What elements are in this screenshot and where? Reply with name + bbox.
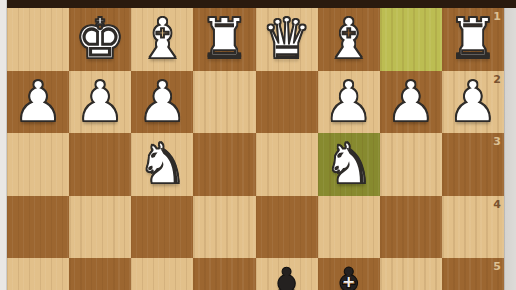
- square-e1[interactable]: ♜: [193, 8, 255, 71]
- left-margin-strip: [0, 0, 7, 290]
- square-g5[interactable]: [69, 258, 131, 290]
- square-h1[interactable]: [7, 8, 69, 71]
- black-bishop: ♝: [324, 258, 374, 290]
- white-pawn: ♟: [324, 71, 374, 133]
- square-h4[interactable]: [7, 196, 69, 259]
- square-d2[interactable]: [256, 71, 318, 134]
- square-b2[interactable]: ♟: [380, 71, 442, 134]
- square-f3[interactable]: ♞: [131, 133, 193, 196]
- white-pawn: ♟: [386, 71, 436, 133]
- square-a1[interactable]: ♜1: [442, 8, 504, 71]
- square-c2[interactable]: ♟: [318, 71, 380, 134]
- white-rook: ♜: [448, 8, 498, 70]
- white-queen: ♛: [261, 8, 311, 70]
- square-h2[interactable]: ♟: [7, 71, 69, 134]
- square-g3[interactable]: [69, 133, 131, 196]
- black-pawn: ♟: [261, 258, 311, 290]
- square-c5[interactable]: ♝: [318, 258, 380, 290]
- square-b1[interactable]: [380, 8, 442, 71]
- square-c4[interactable]: [318, 196, 380, 259]
- square-a3[interactable]: 3: [442, 133, 504, 196]
- square-d5[interactable]: ♟: [256, 258, 318, 290]
- square-g2[interactable]: ♟: [69, 71, 131, 134]
- square-b5[interactable]: [380, 258, 442, 290]
- square-e2[interactable]: [193, 71, 255, 134]
- square-e5[interactable]: [193, 258, 255, 290]
- square-f2[interactable]: ♟: [131, 71, 193, 134]
- white-king: ♚: [75, 8, 125, 70]
- square-b3[interactable]: [380, 133, 442, 196]
- white-bishop: ♝: [137, 8, 187, 70]
- chess-board[interactable]: ♚♝♜♛♝♜1♟♟♟♟♟♟2♞♞34♟♝5: [7, 8, 504, 290]
- square-e3[interactable]: [193, 133, 255, 196]
- square-f4[interactable]: [131, 196, 193, 259]
- square-g1[interactable]: ♚: [69, 8, 131, 71]
- square-a2[interactable]: ♟2: [442, 71, 504, 134]
- square-e4[interactable]: [193, 196, 255, 259]
- rank-label-5: 5: [493, 260, 501, 273]
- square-f1[interactable]: ♝: [131, 8, 193, 71]
- rank-label-2: 2: [493, 73, 501, 86]
- white-knight: ♞: [137, 133, 187, 195]
- square-d3[interactable]: [256, 133, 318, 196]
- square-f5[interactable]: [131, 258, 193, 290]
- white-pawn: ♟: [13, 71, 63, 133]
- chess-board-screenshot: ♚♝♜♛♝♜1♟♟♟♟♟♟2♞♞34♟♝5: [0, 0, 516, 290]
- square-a5[interactable]: 5: [442, 258, 504, 290]
- white-knight: ♞: [324, 133, 374, 195]
- white-rook: ♜: [199, 8, 249, 70]
- square-c1[interactable]: ♝: [318, 8, 380, 71]
- square-b4[interactable]: [380, 196, 442, 259]
- rank-label-1: 1: [493, 10, 501, 23]
- square-h3[interactable]: [7, 133, 69, 196]
- white-pawn: ♟: [137, 71, 187, 133]
- white-pawn: ♟: [448, 71, 498, 133]
- square-a4[interactable]: 4: [442, 196, 504, 259]
- white-bishop: ♝: [324, 8, 374, 70]
- square-g4[interactable]: [69, 196, 131, 259]
- square-h5[interactable]: [7, 258, 69, 290]
- square-c3[interactable]: ♞: [318, 133, 380, 196]
- square-d1[interactable]: ♛: [256, 8, 318, 71]
- rank-label-4: 4: [493, 198, 501, 211]
- square-d4[interactable]: [256, 196, 318, 259]
- rank-label-3: 3: [493, 135, 501, 148]
- white-pawn: ♟: [75, 71, 125, 133]
- right-margin-strip: [504, 8, 516, 290]
